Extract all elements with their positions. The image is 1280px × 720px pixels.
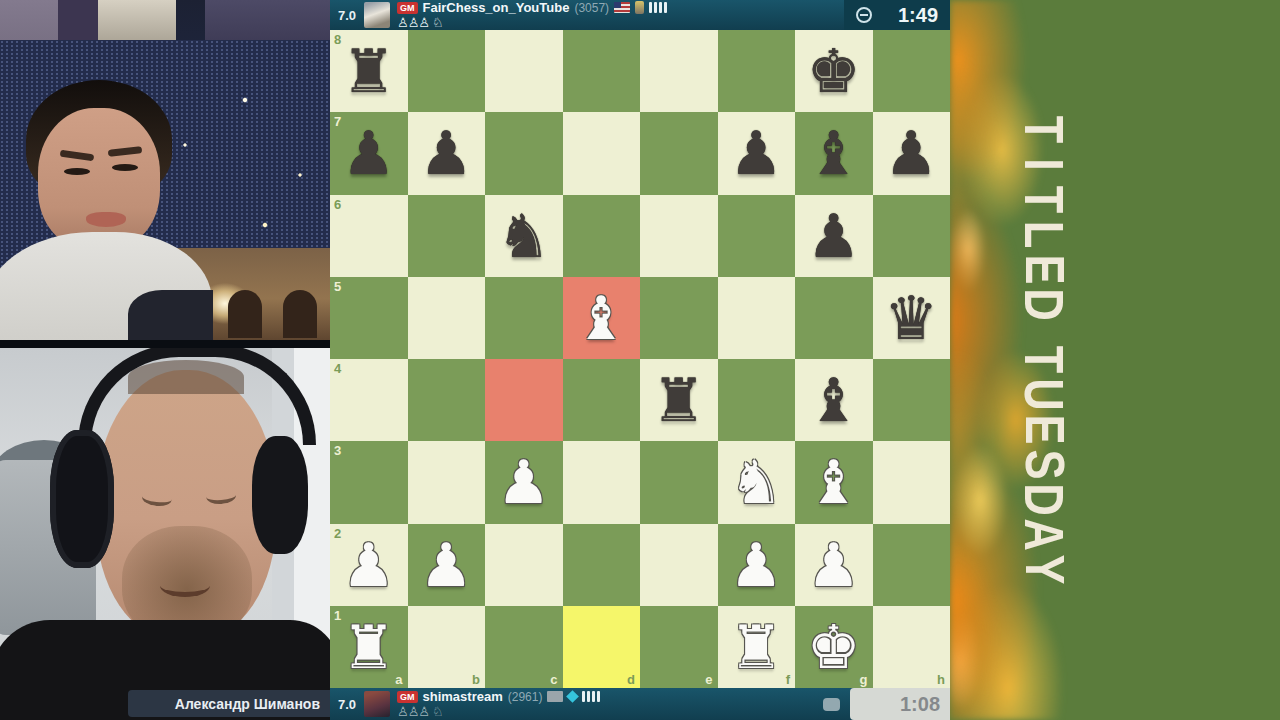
bottom-player-captured-pieces: ♙♙♙ ♘ [397, 706, 443, 718]
piece-black-pawn[interactable]: ♟ [718, 112, 796, 194]
square-a2[interactable]: 2♟ [330, 524, 408, 606]
square-d6[interactable] [563, 195, 641, 277]
piece-black-rook[interactable]: ♜ [330, 30, 408, 112]
square-e4[interactable]: ♜ [640, 359, 718, 441]
piece-white-king[interactable]: ♚ [795, 606, 873, 688]
bottom-clock-time: 1:08 [900, 693, 940, 716]
streamer1-eye [112, 164, 138, 171]
square-a7[interactable]: 7♟ [330, 112, 408, 194]
piece-black-bishop[interactable]: ♝ [795, 359, 873, 441]
square-g4[interactable]: ♝ [795, 359, 873, 441]
square-g8[interactable]: ♚ [795, 30, 873, 112]
bottom-player-rating: (2961) [508, 690, 543, 704]
square-b8[interactable] [408, 30, 486, 112]
piece-black-pawn[interactable]: ♟ [408, 112, 486, 194]
top-player-bar: 7.0 GM FairChess_on_YouTube (3057) ♙♙♙ ♘ [330, 0, 950, 30]
square-b4[interactable] [408, 359, 486, 441]
file-label-b: b [472, 672, 480, 687]
top-player-name[interactable]: FairChess_on_YouTube [423, 0, 570, 15]
square-e3[interactable] [640, 441, 718, 523]
stream-frame: Александр Шиманов 7.0 GM FairChess_on_Yo… [0, 0, 1280, 720]
webcam-top [0, 0, 330, 340]
rank-label-3: 3 [334, 443, 341, 458]
streamer1-mouth [86, 212, 126, 227]
top-player-avatar[interactable] [364, 2, 390, 28]
square-b5[interactable] [408, 277, 486, 359]
streamer1-face [38, 108, 160, 250]
square-a1[interactable]: 1a♜ [330, 606, 408, 688]
piece-black-knight[interactable]: ♞ [485, 195, 563, 277]
square-e7[interactable] [640, 112, 718, 194]
top-clock-time: 1:49 [898, 4, 938, 27]
square-f4[interactable] [718, 359, 796, 441]
square-d4[interactable] [563, 359, 641, 441]
square-f6[interactable] [718, 195, 796, 277]
square-h1[interactable]: h [873, 606, 951, 688]
piece-white-pawn[interactable]: ♟ [408, 524, 486, 606]
diamond-membership-icon [567, 690, 580, 703]
file-label-h: h [937, 672, 945, 687]
rank-label-5: 5 [334, 279, 341, 294]
top-player-streamer-icon [635, 1, 644, 14]
square-a8[interactable]: 8♜ [330, 30, 408, 112]
piece-black-rook[interactable]: ♜ [640, 359, 718, 441]
square-h5[interactable]: ♛ [873, 277, 951, 359]
streamer-name-label: Александр Шиманов [175, 696, 320, 712]
square-h6[interactable] [873, 195, 951, 277]
bottom-player-flag-icon [547, 691, 563, 702]
square-a6[interactable]: 6 [330, 195, 408, 277]
piece-black-pawn[interactable]: ♟ [873, 112, 951, 194]
square-g7[interactable]: ♝ [795, 112, 873, 194]
square-e5[interactable] [640, 277, 718, 359]
piece-white-bishop[interactable]: ♝ [795, 441, 873, 523]
flame-art-overlay [950, 0, 1090, 720]
piece-black-bishop[interactable]: ♝ [795, 112, 873, 194]
square-e8[interactable] [640, 30, 718, 112]
streamer-name-tag: Александр Шиманов [128, 690, 330, 717]
piece-white-pawn[interactable]: ♟ [330, 524, 408, 606]
chat-bubble-icon[interactable] [823, 698, 840, 711]
square-c8[interactable] [485, 30, 563, 112]
square-h3[interactable] [873, 441, 951, 523]
event-banner-panel: TITLEDTUESDAY [950, 0, 1280, 720]
piece-black-king[interactable]: ♚ [795, 30, 873, 112]
webcam-bottom: Александр Шиманов [0, 348, 330, 720]
streamer1-eye [64, 168, 90, 175]
square-d3[interactable] [563, 441, 641, 523]
top-player-streak-bars [649, 2, 667, 13]
rank-label-4: 4 [334, 361, 341, 376]
square-a5[interactable]: 5 [330, 277, 408, 359]
piece-white-knight[interactable]: ♞ [718, 441, 796, 523]
square-f2[interactable]: ♟ [718, 524, 796, 606]
bottom-player-score: 7.0 [330, 697, 364, 712]
piece-white-pawn[interactable]: ♟ [795, 524, 873, 606]
piece-black-pawn[interactable]: ♟ [330, 112, 408, 194]
square-d7[interactable] [563, 112, 641, 194]
square-g5[interactable] [795, 277, 873, 359]
square-d8[interactable] [563, 30, 641, 112]
square-c4[interactable] [485, 359, 563, 441]
square-c7[interactable] [485, 112, 563, 194]
piece-white-pawn[interactable]: ♟ [485, 441, 563, 523]
square-d2[interactable] [563, 524, 641, 606]
piece-black-pawn[interactable]: ♟ [795, 195, 873, 277]
top-player-flag-icon [614, 2, 630, 13]
piece-black-queen[interactable]: ♛ [873, 277, 951, 359]
bottom-player-name[interactable]: shimastream [423, 689, 503, 704]
piece-white-bishop[interactable]: ♝ [563, 277, 641, 359]
square-c2[interactable] [485, 524, 563, 606]
chess-board[interactable]: 8♜♚7♟♟♟♝♟6♞♟5♝♛4♜♝3♟♞♝2♟♟♟♟1a♜bcdef♜g♚h [330, 30, 950, 688]
square-f8[interactable] [718, 30, 796, 112]
square-f3[interactable]: ♞ [718, 441, 796, 523]
bottom-player-title-badge: GM [397, 691, 418, 703]
square-h2[interactable] [873, 524, 951, 606]
square-c3[interactable]: ♟ [485, 441, 563, 523]
timer-icon [856, 7, 872, 23]
square-b1[interactable]: b [408, 606, 486, 688]
piece-white-rook[interactable]: ♜ [330, 606, 408, 688]
top-player-captured-pieces: ♙♙♙ ♘ [397, 17, 443, 29]
square-b6[interactable] [408, 195, 486, 277]
square-g6[interactable]: ♟ [795, 195, 873, 277]
square-e6[interactable] [640, 195, 718, 277]
streamer2-mouth [160, 574, 210, 597]
square-a3[interactable]: 3 [330, 441, 408, 523]
square-h8[interactable] [873, 30, 951, 112]
file-label-c: c [550, 672, 557, 687]
webcam-column: Александр Шиманов [0, 0, 330, 720]
square-b2[interactable]: ♟ [408, 524, 486, 606]
bottom-player-avatar[interactable] [364, 691, 390, 717]
webcam-divider [0, 340, 330, 348]
square-f5[interactable] [718, 277, 796, 359]
square-g3[interactable]: ♝ [795, 441, 873, 523]
square-a4[interactable]: 4 [330, 359, 408, 441]
square-h4[interactable] [873, 359, 951, 441]
square-c5[interactable] [485, 277, 563, 359]
piece-white-rook[interactable]: ♜ [718, 606, 796, 688]
file-label-e: e [705, 672, 712, 687]
streamer1-shirt [128, 290, 213, 340]
headphones-earcup-icon [252, 436, 308, 554]
rank-label-6: 6 [334, 197, 341, 212]
top-player-rating: (3057) [574, 1, 609, 15]
square-d5[interactable]: ♝ [563, 277, 641, 359]
top-player-clock: 1:49 [844, 0, 950, 30]
square-e1[interactable]: e [640, 606, 718, 688]
bottom-player-clock: 1:08 [850, 688, 950, 720]
headphones-earcup-icon [50, 430, 114, 568]
square-f1[interactable]: f♜ [718, 606, 796, 688]
bottom-player-bar: 7.0 GM shimastream (2961) ♙♙♙ ♘ 1:08 [330, 688, 950, 720]
square-f7[interactable]: ♟ [718, 112, 796, 194]
square-c6[interactable]: ♞ [485, 195, 563, 277]
bottom-player-streak-bars [582, 691, 600, 702]
square-e2[interactable] [640, 524, 718, 606]
square-c1[interactable]: c [485, 606, 563, 688]
game-panel: 7.0 GM FairChess_on_YouTube (3057) ♙♙♙ ♘ [330, 0, 950, 720]
square-g2[interactable]: ♟ [795, 524, 873, 606]
square-b7[interactable]: ♟ [408, 112, 486, 194]
file-label-d: d [627, 672, 635, 687]
square-b3[interactable] [408, 441, 486, 523]
square-d1[interactable]: d [563, 606, 641, 688]
top-player-score: 7.0 [330, 8, 364, 23]
piece-white-pawn[interactable]: ♟ [718, 524, 796, 606]
square-g1[interactable]: g♚ [795, 606, 873, 688]
top-player-title-badge: GM [397, 2, 418, 14]
square-h7[interactable]: ♟ [873, 112, 951, 194]
